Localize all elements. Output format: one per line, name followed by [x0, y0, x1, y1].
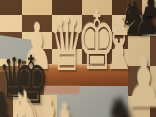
board-square	[82, 0, 112, 15]
right-board-square	[128, 66, 150, 96]
board-square	[112, 15, 142, 32]
right-board-square	[150, 96, 156, 117]
chess-photo-scene: ♟♛♚♝♞♟♟♟♛♚♞♟♟♟♟♞	[0, 0, 156, 117]
board-square	[82, 15, 112, 32]
board-square	[82, 32, 112, 49]
near-board-square	[0, 95, 13, 117]
board-square	[142, 0, 156, 15]
board-square	[22, 15, 52, 32]
board-square	[22, 0, 52, 15]
board-square	[52, 15, 82, 32]
board-square	[52, 32, 82, 49]
right-board-square	[128, 36, 150, 66]
right-board-square	[150, 36, 156, 66]
board-square	[142, 15, 156, 32]
board-square	[0, 0, 22, 15]
near-board-square	[22, 72, 44, 95]
right-board-square	[128, 96, 150, 117]
board-square	[52, 0, 82, 15]
near-board-square	[13, 95, 57, 117]
board-square	[0, 15, 22, 32]
near-board-square	[0, 72, 22, 95]
board-square	[112, 0, 142, 15]
right-board-square	[150, 66, 156, 96]
